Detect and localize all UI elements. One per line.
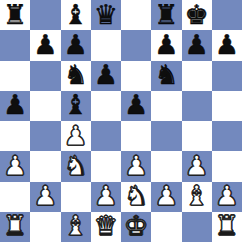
- black-pawn: ♟: [185, 31, 209, 58]
- black-pawn: ♟: [33, 31, 57, 58]
- white-bishop: ♝: [185, 182, 209, 209]
- black-pawn: ♟: [3, 91, 27, 118]
- square-c3[interactable]: ♞: [61, 151, 91, 181]
- black-king: ♚: [185, 1, 209, 28]
- square-h6[interactable]: [212, 61, 242, 91]
- square-b8[interactable]: [30, 0, 60, 30]
- square-g3[interactable]: ♟: [182, 151, 212, 181]
- square-c7[interactable]: ♟: [61, 30, 91, 60]
- square-b3[interactable]: [30, 151, 60, 181]
- white-pawn: ♟: [94, 182, 118, 209]
- square-d8[interactable]: ♛: [91, 0, 121, 30]
- square-e4[interactable]: [121, 121, 151, 151]
- square-g1[interactable]: [182, 212, 212, 242]
- square-f1[interactable]: [151, 212, 181, 242]
- square-h4[interactable]: [212, 121, 242, 151]
- square-b2[interactable]: ♟: [30, 182, 60, 212]
- square-b4[interactable]: [30, 121, 60, 151]
- black-bishop: ♝: [64, 1, 88, 28]
- square-h1[interactable]: ♜: [212, 212, 242, 242]
- square-a1[interactable]: ♜: [0, 212, 30, 242]
- square-d2[interactable]: ♟: [91, 182, 121, 212]
- white-pawn: ♟: [3, 152, 27, 179]
- square-e8[interactable]: [121, 0, 151, 30]
- white-king: ♚: [124, 212, 148, 239]
- square-a8[interactable]: ♜: [0, 0, 30, 30]
- white-rook: ♜: [3, 212, 27, 239]
- black-pawn: ♟: [94, 61, 118, 88]
- square-c6[interactable]: ♞: [61, 61, 91, 91]
- square-g5[interactable]: [182, 91, 212, 121]
- square-h7[interactable]: ♟: [212, 30, 242, 60]
- square-f7[interactable]: ♟: [151, 30, 181, 60]
- white-pawn: ♟: [215, 182, 239, 209]
- square-b7[interactable]: ♟: [30, 30, 60, 60]
- black-knight: ♞: [64, 61, 88, 88]
- square-c5[interactable]: ♝: [61, 91, 91, 121]
- square-h3[interactable]: [212, 151, 242, 181]
- square-d7[interactable]: [91, 30, 121, 60]
- square-d3[interactable]: [91, 151, 121, 181]
- white-queen: ♛: [94, 212, 118, 239]
- white-pawn: ♟: [64, 122, 88, 149]
- square-e1[interactable]: ♚: [121, 212, 151, 242]
- square-c1[interactable]: ♝: [61, 212, 91, 242]
- square-f5[interactable]: [151, 91, 181, 121]
- square-c8[interactable]: ♝: [61, 0, 91, 30]
- square-f2[interactable]: ♟: [151, 182, 181, 212]
- square-d4[interactable]: [91, 121, 121, 151]
- black-rook: ♜: [154, 1, 178, 28]
- square-c4[interactable]: ♟: [61, 121, 91, 151]
- chess-board: ♜♝♛♜♚♟♟♟♟♟♞♟♞♟♝♟♟♟♞♟♟♟♟♞♟♝♟♜♝♛♚♜: [0, 0, 242, 242]
- white-knight: ♞: [64, 152, 88, 179]
- square-e2[interactable]: ♞: [121, 182, 151, 212]
- square-g8[interactable]: ♚: [182, 0, 212, 30]
- black-knight: ♞: [154, 61, 178, 88]
- square-c2[interactable]: [61, 182, 91, 212]
- square-d6[interactable]: ♟: [91, 61, 121, 91]
- square-a4[interactable]: [0, 121, 30, 151]
- black-bishop: ♝: [64, 91, 88, 118]
- square-b1[interactable]: [30, 212, 60, 242]
- black-pawn: ♟: [154, 31, 178, 58]
- square-g6[interactable]: [182, 61, 212, 91]
- square-a2[interactable]: [0, 182, 30, 212]
- black-pawn: ♟: [215, 31, 239, 58]
- square-h2[interactable]: ♟: [212, 182, 242, 212]
- square-b5[interactable]: [30, 91, 60, 121]
- square-a6[interactable]: [0, 61, 30, 91]
- white-pawn: ♟: [33, 182, 57, 209]
- square-e5[interactable]: ♟: [121, 91, 151, 121]
- square-f6[interactable]: ♞: [151, 61, 181, 91]
- white-bishop: ♝: [64, 212, 88, 239]
- black-pawn: ♟: [64, 31, 88, 58]
- square-g7[interactable]: ♟: [182, 30, 212, 60]
- white-pawn: ♟: [185, 152, 209, 179]
- square-g4[interactable]: [182, 121, 212, 151]
- square-h8[interactable]: [212, 0, 242, 30]
- square-d1[interactable]: ♛: [91, 212, 121, 242]
- square-d5[interactable]: [91, 91, 121, 121]
- square-f4[interactable]: [151, 121, 181, 151]
- black-rook: ♜: [3, 1, 27, 28]
- square-e7[interactable]: [121, 30, 151, 60]
- white-pawn: ♟: [124, 152, 148, 179]
- square-e3[interactable]: ♟: [121, 151, 151, 181]
- black-pawn: ♟: [124, 91, 148, 118]
- square-a7[interactable]: [0, 30, 30, 60]
- square-b6[interactable]: [30, 61, 60, 91]
- square-g2[interactable]: ♝: [182, 182, 212, 212]
- square-f8[interactable]: ♜: [151, 0, 181, 30]
- square-f3[interactable]: [151, 151, 181, 181]
- square-a3[interactable]: ♟: [0, 151, 30, 181]
- square-a5[interactable]: ♟: [0, 91, 30, 121]
- square-h5[interactable]: [212, 91, 242, 121]
- white-knight: ♞: [124, 182, 148, 209]
- white-rook: ♜: [215, 212, 239, 239]
- square-e6[interactable]: [121, 61, 151, 91]
- black-queen: ♛: [94, 1, 118, 28]
- white-pawn: ♟: [154, 182, 178, 209]
